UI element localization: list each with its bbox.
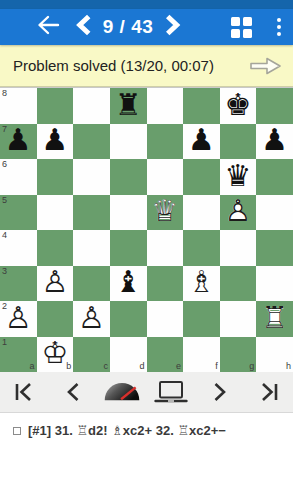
square-a4[interactable]: 4 [0,230,37,266]
chevron-back-icon [63,380,83,404]
chevron-right-icon [164,14,180,40]
square-d4[interactable] [110,230,147,266]
white-queen[interactable]: ♛♕ [147,195,184,231]
square-c1[interactable]: c [73,337,110,373]
square-b3[interactable]: ♟♙ [37,266,74,302]
go-to-end-button[interactable] [249,377,289,407]
square-b1[interactable]: b♚♔ [37,337,74,373]
square-f2[interactable] [183,301,220,337]
square-d6[interactable] [110,159,147,195]
status-banner: Problem solved (13/20, 00:07) [0,45,293,87]
problem-grid-button[interactable] [231,17,252,38]
chess-king-app: 9 / 43 Problem solved (13/20, 00:07) [0,0,293,500]
back-button[interactable] [34,14,62,40]
white-pawn[interactable]: ♟♙ [73,301,110,337]
square-a3[interactable]: 3 [0,266,37,302]
square-b2[interactable] [37,301,74,337]
square-d8[interactable]: ♜ [110,88,147,124]
square-h3[interactable] [256,266,293,302]
problem-navigation: 9 / 43 [75,9,182,45]
square-b4[interactable] [37,230,74,266]
black-queen[interactable]: ♛ [220,159,257,195]
problem-counter: 9 / 43 [103,16,154,38]
square-a7[interactable]: 7♟ [0,124,37,160]
square-h5[interactable] [256,195,293,231]
square-c4[interactable] [73,230,110,266]
engine-analysis-button[interactable] [151,377,191,407]
square-a6[interactable]: 6 [0,159,37,195]
file-label-f: f [215,362,218,371]
square-g1[interactable]: g [220,337,257,373]
square-d7[interactable] [110,124,147,160]
square-h1[interactable]: h [256,337,293,373]
square-e2[interactable] [147,301,184,337]
white-king[interactable]: ♚♔ [37,337,74,373]
file-label-h: h [286,362,291,371]
square-f1[interactable]: f [183,337,220,373]
square-h6[interactable] [256,159,293,195]
square-b8[interactable] [37,88,74,124]
black-pawn[interactable]: ♟ [256,124,293,160]
square-e7[interactable] [147,124,184,160]
chess-board[interactable]: 8♜♚7♟♟♟♟6♛5♛♕♟♙43♟♙♝♝♗2♟♙♟♙♜♖1ab♚♔cdefgh [0,88,293,372]
white-pawn[interactable]: ♟♙ [0,301,37,337]
square-g7[interactable] [220,124,257,160]
square-f6[interactable] [183,159,220,195]
white-rook[interactable]: ♜♖ [256,301,293,337]
back-arrow-icon [35,13,61,41]
chevron-left-icon [76,14,92,40]
overflow-menu-icon [277,18,282,23]
next-problem-arrow-button[interactable] [248,54,284,82]
square-c2[interactable]: ♟♙ [73,301,110,337]
chevron-forward-icon [210,380,230,404]
square-d5[interactable] [110,195,147,231]
grid-icon [231,17,240,26]
file-label-d: d [139,362,144,371]
file-label-c: c [103,362,108,371]
annotation-text: [#1] 31. ♖d2! ♗xc2+ 32. ♖xc2+− [28,423,226,438]
square-e5[interactable]: ♛♕ [147,195,184,231]
square-c5[interactable] [73,195,110,231]
overflow-menu-button[interactable] [272,16,286,38]
solution-line[interactable]: [#1] 31. ♖d2! ♗xc2+ 32. ♖xc2+− [13,423,293,438]
square-f8[interactable] [183,88,220,124]
file-label-g: g [249,362,254,371]
black-pawn[interactable]: ♟ [0,124,37,160]
square-c7[interactable] [73,124,110,160]
square-c8[interactable] [73,88,110,124]
square-g4[interactable] [220,230,257,266]
go-to-start-button[interactable] [4,377,44,407]
rank-label-8: 8 [2,89,7,98]
square-g3[interactable] [220,266,257,302]
square-e4[interactable] [147,230,184,266]
square-e6[interactable] [147,159,184,195]
square-h2[interactable]: ♜♖ [256,301,293,337]
rank-label-3: 3 [2,267,7,276]
square-a5[interactable]: 5 [0,195,37,231]
square-d1[interactable]: d [110,337,147,373]
rank-label-4: 4 [2,231,7,240]
step-forward-button[interactable] [200,377,240,407]
board-frame: 8♜♚7♟♟♟♟6♛5♛♕♟♙43♟♙♝♝♗2♟♙♟♙♜♖1ab♚♔cdefgh [0,87,293,372]
square-f3[interactable]: ♝♗ [183,266,220,302]
bottom-toolbar [0,372,293,413]
go-first-icon [11,380,37,404]
square-d2[interactable] [110,301,147,337]
black-king[interactable]: ♚ [220,88,257,124]
notation-area: [#1] 31. ♖d2! ♗xc2+ 32. ♖xc2+− [0,413,293,500]
square-a1[interactable]: 1a [0,337,37,373]
square-e8[interactable] [147,88,184,124]
square-a8[interactable]: 8 [0,88,37,124]
square-h4[interactable] [256,230,293,266]
square-b5[interactable] [37,195,74,231]
square-f5[interactable] [183,195,220,231]
square-c3[interactable] [73,266,110,302]
black-bishop[interactable]: ♝ [110,266,147,302]
previous-problem-button[interactable] [75,16,93,38]
black-pawn[interactable]: ♟ [183,124,220,160]
rank-label-1: 1 [2,338,7,347]
evaluation-gauge-button[interactable] [102,377,142,407]
square-g2[interactable] [220,301,257,337]
square-h8[interactable] [256,88,293,124]
right-arrow-icon [248,54,284,78]
square-f7[interactable]: ♟ [183,124,220,160]
square-d3[interactable]: ♝ [110,266,147,302]
black-rook[interactable]: ♜ [110,88,147,124]
square-b6[interactable] [37,159,74,195]
next-problem-button[interactable] [163,16,181,38]
step-back-button[interactable] [53,377,93,407]
square-a2[interactable]: 2♟♙ [0,301,37,337]
laptop-icon [152,379,190,405]
white-pawn[interactable]: ♟♙ [220,195,257,231]
square-b7[interactable]: ♟ [37,124,74,160]
rank-label-5: 5 [2,196,7,205]
status-text: Problem solved (13/20, 00:07) [13,57,214,74]
square-c6[interactable] [73,159,110,195]
rank-label-6: 6 [2,160,7,169]
app-bar: 9 / 43 [0,9,293,45]
square-g5[interactable]: ♟♙ [220,195,257,231]
white-pawn[interactable]: ♟♙ [37,266,74,302]
evaluation-gauge-icon [102,379,142,405]
square-e1[interactable]: e [147,337,184,373]
file-label-a: a [30,362,35,371]
square-g6[interactable]: ♛ [220,159,257,195]
square-f4[interactable] [183,230,220,266]
white-bishop[interactable]: ♝♗ [183,266,220,302]
black-pawn[interactable]: ♟ [37,124,74,160]
white-to-move-marker [13,427,21,435]
square-e3[interactable] [147,266,184,302]
status-bar [0,0,293,9]
go-last-icon [256,380,282,404]
square-g8[interactable]: ♚ [220,88,257,124]
file-label-e: e [176,362,181,371]
square-h7[interactable]: ♟ [256,124,293,160]
